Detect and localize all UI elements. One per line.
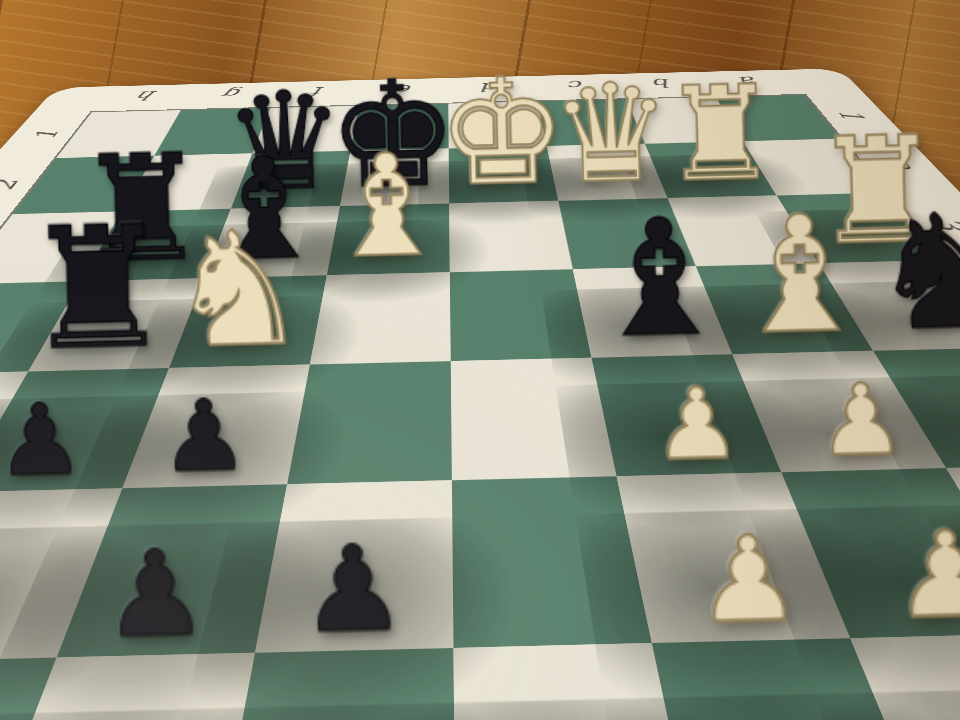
square-f4: ♞ [169,275,327,368]
square-e5 [287,361,452,484]
photo-chess-scene: { "game": "chess", "scene": { "setting":… [0,0,960,720]
piece-black-pawn: ♟ [102,539,210,650]
perspective-scene: ♛♚♚♛♜♜♝♝♜♜♞♝♝♞♞♟♟♟♟♞♟♟♟♟♟♟♟♟♟♟♟♟ hgfedcb… [0,0,960,720]
piece-white-pawn: ♟ [816,374,906,466]
piece-black-bishop: ♝ [586,203,734,354]
piece-white-knight: ♞ [940,290,960,463]
square-d5 [451,358,617,480]
piece-white-bishop: ♝ [322,140,451,272]
square-e6: ♟ [255,480,453,653]
square-d6 [452,476,652,648]
square-g7: ♟ [0,658,57,720]
square-c4: ♝ [573,266,733,357]
board-mat: ♛♚♚♛♜♜♝♝♜♜♞♝♝♞♞♟♟♟♟♞♟♟♟♟♟♟♟♟♟♟♟♟ hgfedcb… [0,68,960,720]
piece-white-pawn: ♟ [694,525,802,636]
piece-black-rook: ♜ [21,210,175,367]
square-e4 [310,272,451,364]
square-d3 [449,201,573,273]
piece-white-bishop: ♝ [726,199,874,350]
piece-white-pawn: ♟ [652,378,742,470]
piece-black-pawn: ♟ [0,544,12,655]
piece-white-pawn: ♟ [892,520,960,631]
piece-black-pawn: ♟ [0,395,85,487]
square-d2: ♚ [449,146,559,203]
piece-white-knight: ♞ [166,216,310,364]
piece-black-pawn: ♟ [299,534,407,645]
piece-white-king: ♚ [435,64,568,201]
chess-board-grid: ♛♚♚♛♜♜♝♝♜♜♞♝♝♞♞♟♟♟♟♞♟♟♟♟♟♟♟♟♟♟♟♟ [0,95,960,720]
piece-black-pawn: ♟ [159,391,249,483]
file-label-h: h [134,89,161,103]
piece-white-rook: ♜ [660,73,779,195]
square-d4 [450,269,592,361]
rank-label-left-1: 1 [25,130,66,140]
rank-label-left-2: 2 [0,179,26,191]
square-e3: ♝ [327,203,450,275]
